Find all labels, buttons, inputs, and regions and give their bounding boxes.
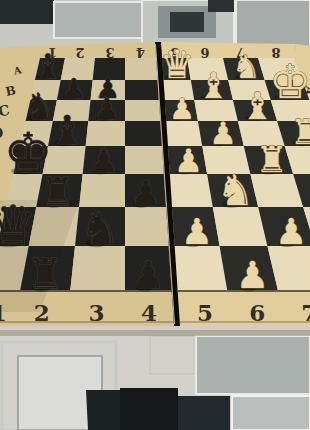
piece-white-pawn[interactable]: ♟: [209, 116, 237, 151]
piece-black-knight[interactable]: ♞: [80, 203, 120, 254]
piece-black-pawn[interactable]: ♟: [132, 253, 165, 297]
piece-white-rook[interactable]: ♜: [256, 138, 289, 181]
piece-white-rook[interactable]: ♜: [290, 112, 310, 152]
piece-black-rook[interactable]: ♜: [27, 249, 64, 298]
square-a4[interactable]: [125, 58, 157, 80]
piece-white-pawn[interactable]: ♟: [275, 211, 307, 252]
label-bottom-rank-5: 5: [197, 299, 213, 326]
piece-white-bishop[interactable]: ♝: [198, 65, 230, 106]
label-bottom-rank-2: 2: [34, 299, 50, 326]
piece-white-queen[interactable]: ♛: [160, 42, 195, 87]
label-bottom-rank-4: 4: [141, 299, 157, 326]
piece-black-pawn[interactable]: ♟: [130, 173, 160, 213]
square-h5[interactable]: [175, 246, 228, 290]
piece-black-queen[interactable]: ♛: [0, 194, 37, 257]
piece-black-bishop[interactable]: ♝: [33, 47, 63, 86]
label-bottom-rank-1: 1: [0, 299, 7, 326]
piece-white-king[interactable]: ♚: [269, 55, 310, 109]
label-bottom-rank-7: 7: [301, 299, 310, 326]
label-top-rank-4: 4: [136, 45, 145, 60]
piece-black-pawn[interactable]: ♟: [94, 92, 120, 126]
label-bottom-rank-6: 6: [249, 299, 265, 326]
square-b4[interactable]: [125, 80, 159, 100]
chess-photo-scene: folding wooden chess set, game in progre…: [0, 0, 310, 430]
piece-white-pawn[interactable]: ♟: [236, 253, 269, 297]
piece-white-pawn[interactable]: ♟: [174, 142, 203, 180]
label-top-rank-3: 3: [105, 45, 114, 60]
piece-white-pawn[interactable]: ♟: [169, 92, 195, 126]
square-d4[interactable]: [125, 121, 162, 146]
piece-white-knight[interactable]: ♞: [232, 48, 261, 86]
square-c4[interactable]: [125, 100, 160, 121]
piece-white-pawn[interactable]: ♟: [181, 211, 213, 252]
chessboard: ABCDEFGHA1234567812345678♝♛♞♟♟♝♚♞♟♟♝♝♟♜♚…: [0, 0, 310, 430]
piece-white-bishop[interactable]: ♝: [241, 84, 275, 128]
piece-black-bishop[interactable]: ♝: [49, 107, 85, 153]
label-top-rank-6: 6: [200, 45, 209, 60]
label-top-rank-2: 2: [75, 45, 84, 60]
square-e4[interactable]: [125, 146, 164, 174]
piece-black-pawn[interactable]: ♟: [89, 142, 118, 180]
label-bottom-rank-3: 3: [88, 299, 104, 326]
piece-black-pawn[interactable]: ♟: [61, 73, 86, 104]
piece-black-rook[interactable]: ♜: [41, 170, 75, 214]
piece-white-knight[interactable]: ♞: [217, 166, 255, 215]
